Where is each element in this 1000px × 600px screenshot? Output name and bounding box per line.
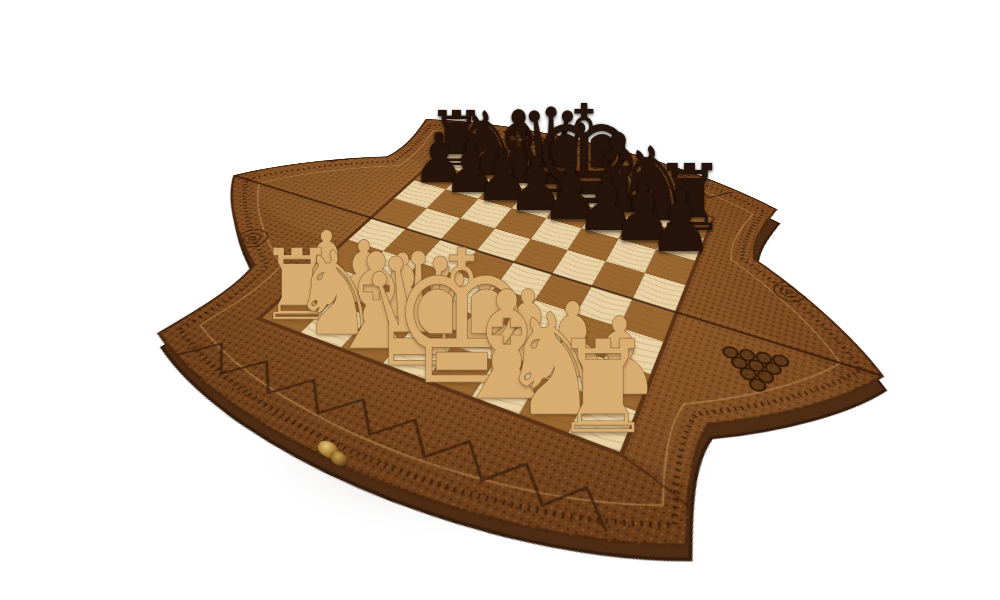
piece-white-rook-h1[interactable]: ♜ bbox=[547, 324, 659, 453]
chess-set-photo: ♜♞♝♛♚♝♞♜♟♟♟♟♟♟♟♟♟♟♟♟♟♟♟♟♜♞♝♛♚♝♞♜ bbox=[0, 0, 1000, 600]
clasp-hook bbox=[328, 449, 351, 469]
piece-black-pawn-h7[interactable]: ♟ bbox=[644, 180, 717, 264]
pieces-layer: ♜♞♝♛♚♝♞♜♟♟♟♟♟♟♟♟♟♟♟♟♟♟♟♟♜♞♝♛♚♝♞♜ bbox=[0, 0, 1000, 600]
